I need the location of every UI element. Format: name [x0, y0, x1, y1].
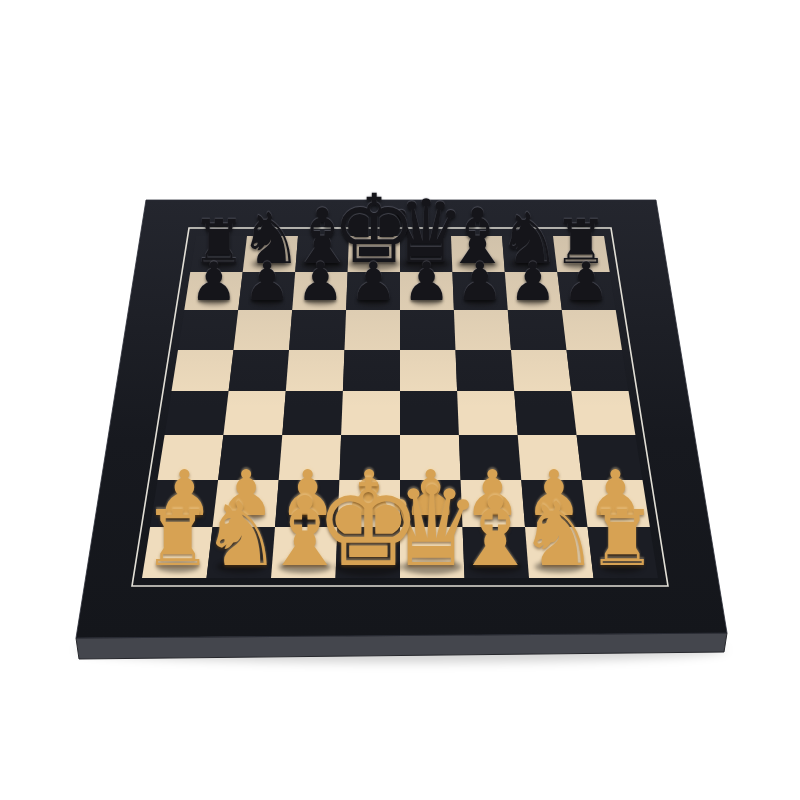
- lighting-overlay: [142, 236, 658, 578]
- chess-set-photo: ♜♞♝♛♚♝♞♜♟♟♟♟♟♟♟♟♟♟♟♟♟♟♟♟♜♞♝♛♚♝♞♜: [0, 0, 800, 800]
- chessboard: [0, 0, 800, 800]
